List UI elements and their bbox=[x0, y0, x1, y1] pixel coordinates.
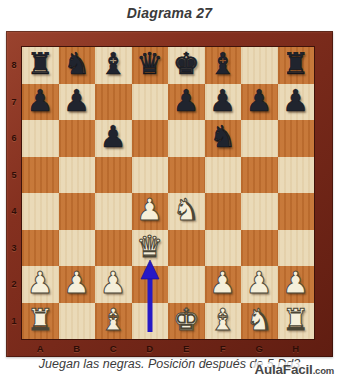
black-pawn-piece: ♟ bbox=[246, 86, 273, 116]
square-b4 bbox=[59, 193, 96, 230]
white-pawn-piece: ♟ bbox=[100, 268, 127, 298]
square-g5 bbox=[241, 157, 278, 194]
chess-diagram-page: Diagrama 27 87654321 ♜♞♝♛♚♝♜♟♟♟♟♟♟♟♞♟♞♛♟… bbox=[0, 0, 339, 380]
file-label-b: B bbox=[59, 339, 96, 357]
square-f4 bbox=[205, 193, 242, 230]
black-bishop-piece: ♝ bbox=[100, 49, 127, 79]
black-king-piece: ♚ bbox=[173, 49, 200, 79]
square-f7: ♟ bbox=[205, 84, 242, 121]
square-e8: ♚ bbox=[168, 47, 205, 84]
file-label-g: G bbox=[241, 339, 278, 357]
square-b5 bbox=[59, 157, 96, 194]
file-label-h: H bbox=[278, 339, 315, 357]
square-d6 bbox=[132, 120, 169, 157]
square-h1: ♜ bbox=[278, 303, 315, 340]
square-h6 bbox=[278, 120, 315, 157]
rank-label-6: 6 bbox=[6, 120, 22, 157]
file-labels: ABCDEFGH bbox=[22, 339, 314, 357]
white-rook-piece: ♜ bbox=[27, 305, 54, 335]
black-queen-piece: ♛ bbox=[136, 49, 163, 79]
white-queen-piece: ♛ bbox=[136, 232, 163, 262]
square-e3 bbox=[168, 230, 205, 267]
black-pawn-piece: ♟ bbox=[27, 86, 54, 116]
black-rook-piece: ♜ bbox=[27, 49, 54, 79]
file-label-d: D bbox=[132, 339, 169, 357]
white-rook-piece: ♜ bbox=[282, 305, 309, 335]
white-pawn-piece: ♟ bbox=[282, 268, 309, 298]
rank-label-7: 7 bbox=[6, 84, 22, 121]
black-pawn-piece: ♟ bbox=[209, 86, 236, 116]
diagram-title: Diagrama 27 bbox=[0, 5, 339, 21]
square-c6: ♟ bbox=[95, 120, 132, 157]
square-c3 bbox=[95, 230, 132, 267]
square-g7: ♟ bbox=[241, 84, 278, 121]
square-d5 bbox=[132, 157, 169, 194]
square-a5 bbox=[22, 157, 59, 194]
square-f6: ♞ bbox=[205, 120, 242, 157]
square-a7: ♟ bbox=[22, 84, 59, 121]
black-pawn-piece: ♟ bbox=[100, 122, 127, 152]
black-pawn-piece: ♟ bbox=[63, 86, 90, 116]
square-c8: ♝ bbox=[95, 47, 132, 84]
watermark-tld: .com bbox=[313, 365, 334, 376]
square-h7: ♟ bbox=[278, 84, 315, 121]
square-d8: ♛ bbox=[132, 47, 169, 84]
square-f3 bbox=[205, 230, 242, 267]
square-h8: ♜ bbox=[278, 47, 315, 84]
square-c5 bbox=[95, 157, 132, 194]
square-c2: ♟ bbox=[95, 266, 132, 303]
white-pawn-piece: ♟ bbox=[136, 195, 163, 225]
square-e7: ♟ bbox=[168, 84, 205, 121]
square-g6 bbox=[241, 120, 278, 157]
square-f8: ♝ bbox=[205, 47, 242, 84]
square-d7 bbox=[132, 84, 169, 121]
square-g8 bbox=[241, 47, 278, 84]
square-h2: ♟ bbox=[278, 266, 315, 303]
square-b2: ♟ bbox=[59, 266, 96, 303]
rank-label-4: 4 bbox=[6, 193, 22, 230]
square-b6 bbox=[59, 120, 96, 157]
square-f5 bbox=[205, 157, 242, 194]
rank-labels: 87654321 bbox=[6, 47, 22, 339]
rank-label-3: 3 bbox=[6, 230, 22, 267]
square-c7 bbox=[95, 84, 132, 121]
square-g2: ♟ bbox=[241, 266, 278, 303]
square-d1 bbox=[132, 303, 169, 340]
rank-label-1: 1 bbox=[6, 303, 22, 340]
square-f1: ♝ bbox=[205, 303, 242, 340]
black-knight-piece: ♞ bbox=[63, 49, 90, 79]
square-c1: ♝ bbox=[95, 303, 132, 340]
rank-label-2: 2 bbox=[6, 266, 22, 303]
square-e1: ♚ bbox=[168, 303, 205, 340]
white-knight-piece: ♞ bbox=[173, 195, 200, 225]
square-h4 bbox=[278, 193, 315, 230]
file-label-e: E bbox=[168, 339, 205, 357]
watermark: AulaFacil.com bbox=[252, 362, 334, 377]
white-bishop-piece: ♝ bbox=[209, 305, 236, 335]
square-d4: ♟ bbox=[132, 193, 169, 230]
white-knight-piece: ♞ bbox=[246, 305, 273, 335]
white-pawn-piece: ♟ bbox=[246, 268, 273, 298]
square-e5 bbox=[168, 157, 205, 194]
square-e4: ♞ bbox=[168, 193, 205, 230]
square-g1: ♞ bbox=[241, 303, 278, 340]
square-c4 bbox=[95, 193, 132, 230]
white-pawn-piece: ♟ bbox=[63, 268, 90, 298]
black-pawn-piece: ♟ bbox=[282, 86, 309, 116]
file-label-c: C bbox=[95, 339, 132, 357]
rank-label-8: 8 bbox=[6, 47, 22, 84]
square-a1: ♜ bbox=[22, 303, 59, 340]
square-b3 bbox=[59, 230, 96, 267]
square-h3 bbox=[278, 230, 315, 267]
square-d2 bbox=[132, 266, 169, 303]
white-pawn-piece: ♟ bbox=[27, 268, 54, 298]
square-h5 bbox=[278, 157, 315, 194]
square-e2 bbox=[168, 266, 205, 303]
square-b1 bbox=[59, 303, 96, 340]
chess-board-frame: 87654321 ♜♞♝♛♚♝♜♟♟♟♟♟♟♟♞♟♞♛♟♟♟♟♟♟♜♝♚♝♞♜ … bbox=[6, 31, 333, 357]
square-a4 bbox=[22, 193, 59, 230]
square-a3 bbox=[22, 230, 59, 267]
square-a8: ♜ bbox=[22, 47, 59, 84]
black-rook-piece: ♜ bbox=[282, 49, 309, 79]
square-b7: ♟ bbox=[59, 84, 96, 121]
square-g3 bbox=[241, 230, 278, 267]
file-label-a: A bbox=[22, 339, 59, 357]
square-a2: ♟ bbox=[22, 266, 59, 303]
square-e6 bbox=[168, 120, 205, 157]
square-f2: ♟ bbox=[205, 266, 242, 303]
square-d3: ♛ bbox=[132, 230, 169, 267]
rank-label-5: 5 bbox=[6, 157, 22, 194]
watermark-name: AulaFacil bbox=[254, 362, 312, 377]
white-pawn-piece: ♟ bbox=[209, 268, 236, 298]
square-a6 bbox=[22, 120, 59, 157]
black-knight-piece: ♞ bbox=[209, 122, 236, 152]
black-bishop-piece: ♝ bbox=[209, 49, 236, 79]
square-g4 bbox=[241, 193, 278, 230]
white-bishop-piece: ♝ bbox=[100, 305, 127, 335]
chess-board: ♜♞♝♛♚♝♜♟♟♟♟♟♟♟♞♟♞♛♟♟♟♟♟♟♜♝♚♝♞♜ bbox=[22, 47, 314, 339]
file-label-f: F bbox=[205, 339, 242, 357]
black-pawn-piece: ♟ bbox=[173, 86, 200, 116]
square-b8: ♞ bbox=[59, 47, 96, 84]
white-king-piece: ♚ bbox=[173, 305, 200, 335]
